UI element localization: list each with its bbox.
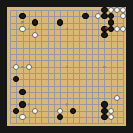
black-stone[interactable] [19,101,25,107]
white-stone[interactable] [32,108,38,114]
grid-line-horizontal [10,79,124,80]
black-stone[interactable] [101,13,107,19]
white-stone[interactable] [120,26,126,32]
black-stone[interactable] [82,13,88,19]
grid-line-vertical [86,10,87,124]
star-point [66,28,68,30]
go-board[interactable] [7,7,126,126]
screenshot [0,0,133,133]
grid-line-vertical [98,10,99,124]
white-stone[interactable] [32,32,38,38]
black-stone[interactable] [57,19,63,25]
grid-line-horizontal [10,123,124,124]
white-stone[interactable] [114,7,120,13]
white-stone[interactable] [95,13,101,19]
white-stone[interactable] [57,108,63,114]
star-point [21,21,23,23]
black-stone[interactable] [101,108,107,114]
black-stone[interactable] [57,114,63,120]
black-stone[interactable] [101,7,107,13]
white-stone[interactable] [19,114,25,120]
white-stone[interactable] [120,7,126,13]
star-point [103,66,105,68]
black-stone[interactable] [32,19,38,25]
grid-line-vertical [79,10,80,124]
black-stone[interactable] [13,108,19,114]
white-stone[interactable] [114,26,120,32]
white-stone[interactable] [120,13,126,19]
black-stone[interactable] [108,13,114,19]
black-stone[interactable] [101,114,107,120]
grid-line-vertical [73,10,74,124]
white-stone[interactable] [108,108,114,114]
white-stone[interactable] [108,7,114,13]
white-stone[interactable] [13,64,19,70]
star-point [66,66,68,68]
white-stone[interactable] [19,26,25,32]
last-move-marker [105,27,107,29]
grid-line-horizontal [10,73,124,74]
grid-line-horizontal [10,86,124,87]
black-stone[interactable] [108,19,114,25]
black-stone[interactable] [101,101,107,107]
white-stone[interactable] [26,64,32,70]
star-point [28,103,30,105]
black-stone[interactable] [19,13,25,19]
grid-line-horizontal [10,98,124,99]
black-stone[interactable] [101,32,107,38]
black-stone[interactable] [13,76,19,82]
black-stone[interactable] [19,89,25,95]
grid-line-vertical [92,10,93,124]
star-point [28,28,30,30]
star-point [66,103,68,105]
star-point [21,66,23,68]
black-stone[interactable] [70,108,76,114]
white-stone[interactable] [108,114,114,120]
black-stone[interactable] [108,26,114,32]
grid-line-horizontal [10,92,124,93]
go-board-frame [0,0,133,133]
white-stone[interactable] [114,95,120,101]
